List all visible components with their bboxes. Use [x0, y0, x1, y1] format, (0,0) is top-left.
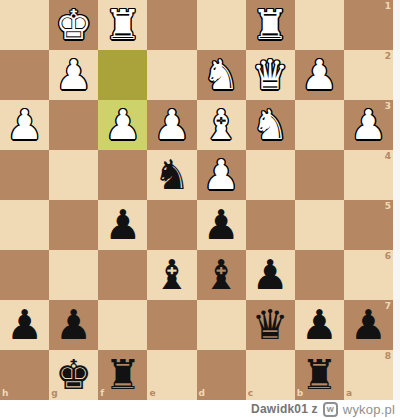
square-h4[interactable]: [0, 150, 49, 200]
square-g4[interactable]: [49, 150, 98, 200]
square-h8[interactable]: h: [0, 350, 49, 400]
white-queen-piece: ♛: [252, 55, 289, 96]
square-f4[interactable]: [98, 150, 147, 200]
black-pawn-piece: ♟: [104, 205, 141, 246]
white-pawn-piece: ♟: [154, 105, 191, 146]
square-c5[interactable]: [246, 200, 295, 250]
black-rook-piece: ♜: [104, 355, 141, 396]
screenshot-root: ♚♜♜1♟♞♛♟2♟♟♟♝♞♟3♞♟4♟♟5♝♝♟6♟♟♛♟♟7h♚g♜fedc…: [0, 0, 400, 418]
white-pawn-piece: ♟: [301, 55, 338, 96]
square-a6[interactable]: 6: [344, 250, 393, 300]
black-pawn-piece: ♟: [203, 205, 240, 246]
white-king-piece: ♚: [55, 5, 92, 46]
square-c3[interactable]: ♞: [246, 100, 295, 150]
file-label-g: g: [51, 389, 57, 398]
rank-label-5: 5: [385, 202, 391, 211]
file-label-a: a: [346, 389, 352, 398]
square-c7[interactable]: ♛: [246, 300, 295, 350]
rank-label-3: 3: [385, 102, 391, 111]
square-a5[interactable]: 5: [344, 200, 393, 250]
square-g5[interactable]: [49, 200, 98, 250]
square-h5[interactable]: [0, 200, 49, 250]
square-f7[interactable]: [98, 300, 147, 350]
square-f6[interactable]: [98, 250, 147, 300]
square-d6[interactable]: ♝: [197, 250, 246, 300]
square-c2[interactable]: ♛: [246, 50, 295, 100]
square-b3[interactable]: [295, 100, 344, 150]
watermark: Dawidk01 z w wykop.pl: [0, 400, 400, 418]
watermark-author: Dawidk01 z: [251, 402, 318, 416]
black-pawn-piece: ♟: [301, 305, 338, 346]
black-bishop-piece: ♝: [203, 255, 240, 296]
square-a7[interactable]: ♟7: [344, 300, 393, 350]
square-h1[interactable]: [0, 0, 49, 50]
file-label-d: d: [199, 389, 205, 398]
square-b6[interactable]: [295, 250, 344, 300]
black-king-piece: ♚: [55, 355, 92, 396]
file-label-e: e: [149, 389, 155, 398]
black-pawn-piece: ♟: [252, 255, 289, 296]
square-a1[interactable]: 1: [344, 0, 393, 50]
square-h2[interactable]: [0, 50, 49, 100]
file-label-h: h: [2, 389, 8, 398]
square-e7[interactable]: [147, 300, 196, 350]
board-area: ♚♜♜1♟♞♛♟2♟♟♟♝♞♟3♞♟4♟♟5♝♝♟6♟♟♛♟♟7h♚g♜fedc…: [0, 0, 400, 400]
black-pawn-piece: ♟: [350, 305, 387, 346]
square-a2[interactable]: 2: [344, 50, 393, 100]
square-e2[interactable]: [147, 50, 196, 100]
white-knight-piece: ♞: [203, 55, 240, 96]
square-e5[interactable]: [147, 200, 196, 250]
square-a4[interactable]: 4: [344, 150, 393, 200]
rank-label-6: 6: [385, 252, 391, 261]
white-pawn-piece: ♟: [203, 155, 240, 196]
square-f2[interactable]: [98, 50, 147, 100]
square-d5[interactable]: ♟: [197, 200, 246, 250]
square-b2[interactable]: ♟: [295, 50, 344, 100]
square-a8[interactable]: 8a: [344, 350, 393, 400]
square-b1[interactable]: [295, 0, 344, 50]
square-e3[interactable]: ♟: [147, 100, 196, 150]
white-pawn-piece: ♟: [55, 55, 92, 96]
white-pawn-piece: ♟: [104, 105, 141, 146]
square-h7[interactable]: ♟: [0, 300, 49, 350]
black-bishop-piece: ♝: [154, 255, 191, 296]
square-b5[interactable]: [295, 200, 344, 250]
square-b4[interactable]: [295, 150, 344, 200]
white-rook-piece: ♜: [104, 5, 141, 46]
wykop-logo-icon: w: [323, 402, 338, 417]
square-d1[interactable]: [197, 0, 246, 50]
black-rook-piece: ♜: [301, 355, 338, 396]
file-label-f: f: [100, 389, 104, 398]
square-c4[interactable]: [246, 150, 295, 200]
white-bishop-piece: ♝: [203, 105, 240, 146]
file-label-c: c: [248, 389, 253, 398]
square-g2[interactable]: ♟: [49, 50, 98, 100]
rank-label-1: 1: [385, 2, 391, 11]
square-b7[interactable]: ♟: [295, 300, 344, 350]
square-d4[interactable]: ♟: [197, 150, 246, 200]
square-c6[interactable]: ♟: [246, 250, 295, 300]
chess-board: ♚♜♜1♟♞♛♟2♟♟♟♝♞♟3♞♟4♟♟5♝♝♟6♟♟♛♟♟7h♚g♜fedc…: [0, 0, 393, 400]
white-pawn-piece: ♟: [6, 105, 43, 146]
square-g7[interactable]: ♟: [49, 300, 98, 350]
square-b8[interactable]: ♜b: [295, 350, 344, 400]
board-right-gutter: [393, 0, 400, 400]
square-e4[interactable]: ♞: [147, 150, 196, 200]
watermark-site: wykop.pl: [343, 402, 395, 417]
square-a3[interactable]: ♟3: [344, 100, 393, 150]
file-label-b: b: [297, 389, 303, 398]
square-g8[interactable]: ♚g: [49, 350, 98, 400]
square-f3[interactable]: ♟: [98, 100, 147, 150]
square-f1[interactable]: ♜: [98, 0, 147, 50]
square-d3[interactable]: ♝: [197, 100, 246, 150]
white-rook-piece: ♜: [252, 5, 289, 46]
white-knight-piece: ♞: [252, 105, 289, 146]
rank-label-7: 7: [385, 302, 391, 311]
square-d2[interactable]: ♞: [197, 50, 246, 100]
black-knight-piece: ♞: [154, 155, 191, 196]
square-d7[interactable]: [197, 300, 246, 350]
square-h6[interactable]: [0, 250, 49, 300]
square-g1[interactable]: ♚: [49, 0, 98, 50]
white-pawn-piece: ♟: [350, 105, 387, 146]
rank-label-2: 2: [385, 52, 391, 61]
square-g6[interactable]: [49, 250, 98, 300]
square-c8[interactable]: c: [246, 350, 295, 400]
black-pawn-piece: ♟: [55, 305, 92, 346]
square-d8[interactable]: d: [197, 350, 246, 400]
black-pawn-piece: ♟: [6, 305, 43, 346]
square-e6[interactable]: ♝: [147, 250, 196, 300]
square-c1[interactable]: ♜: [246, 0, 295, 50]
square-e1[interactable]: [147, 0, 196, 50]
square-f8[interactable]: ♜f: [98, 350, 147, 400]
square-e8[interactable]: e: [147, 350, 196, 400]
black-queen-piece: ♛: [252, 305, 289, 346]
square-g3[interactable]: [49, 100, 98, 150]
square-f5[interactable]: ♟: [98, 200, 147, 250]
wykop-logo-letter: w: [327, 405, 334, 414]
square-h3[interactable]: ♟: [0, 100, 49, 150]
rank-label-8: 8: [385, 352, 391, 361]
rank-label-4: 4: [385, 152, 391, 161]
